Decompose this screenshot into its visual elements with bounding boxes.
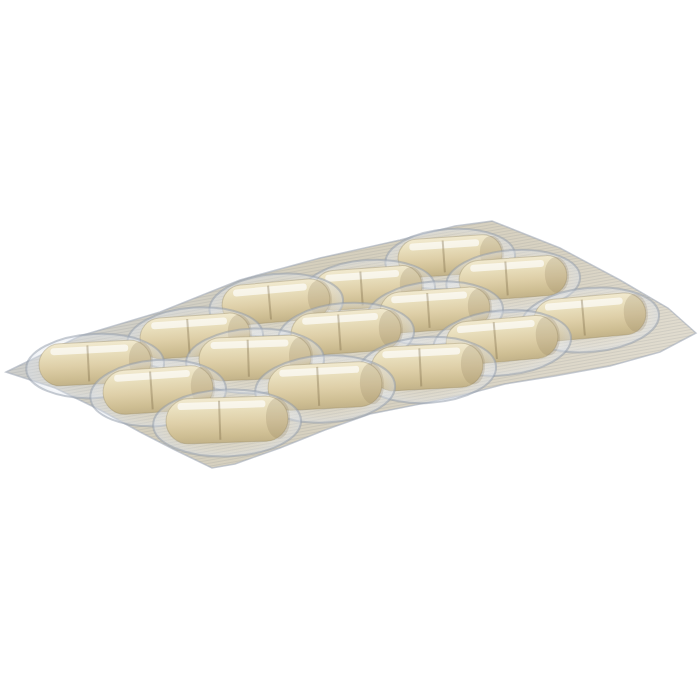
capsule-cap-seam — [219, 401, 220, 440]
blister-pack-photo — [0, 0, 700, 700]
capsule-cap-seam — [248, 340, 249, 377]
blister-photo-svg — [0, 0, 700, 700]
